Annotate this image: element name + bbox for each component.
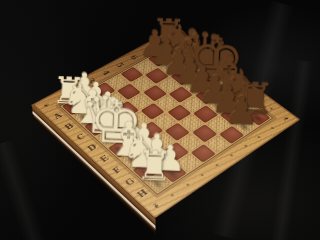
black-pawn[interactable]: ♟ xyxy=(223,90,259,130)
square-h7[interactable]: ♟ xyxy=(232,116,259,135)
scene: 87654321 ABCDEFGH ✦✦✦✦✦✦✦✦ ✦✦✦✦✦✦✦✦ ❧ ❧ … xyxy=(0,0,320,240)
white-rook[interactable]: ♜ xyxy=(135,145,173,187)
corner-ornament-icon: ❧ xyxy=(272,109,300,129)
square-h1[interactable]: ♜ xyxy=(144,172,173,194)
chess-board-box: 87654321 ABCDEFGH ✦✦✦✦✦✦✦✦ ✦✦✦✦✦✦✦✦ ❧ ❧ … xyxy=(32,28,300,219)
